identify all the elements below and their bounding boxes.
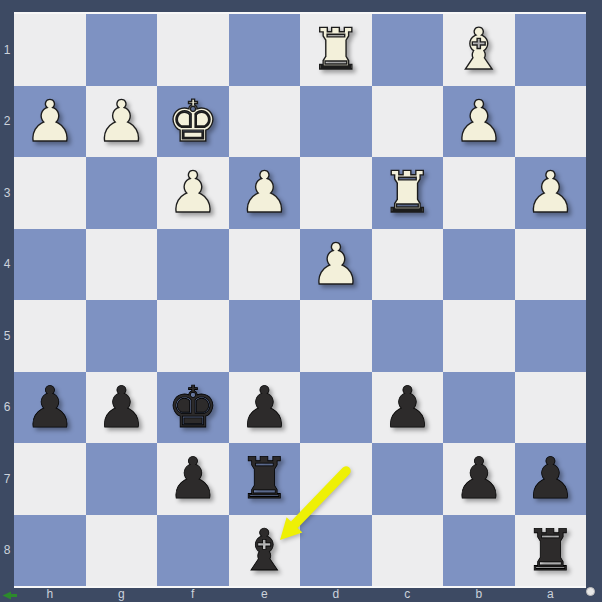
rank-label-8: 8	[0, 515, 14, 587]
square-e6[interactable]: ♟	[229, 372, 301, 444]
square-f3[interactable]: ♟	[157, 157, 229, 229]
piece-black-pawn[interactable]: ♟	[382, 372, 433, 444]
square-c4[interactable]	[372, 229, 444, 301]
green-back-arrow-icon[interactable]	[2, 591, 18, 600]
square-a8[interactable]: ♜	[515, 515, 587, 587]
square-g6[interactable]: ♟	[86, 372, 158, 444]
chess-board-frame: 12345678 hgfedcba ♜♝♟♟♚♟♟♟♜♟♟♟♟♚♟♟♟♜♟♟♝♜	[0, 0, 602, 602]
square-e5[interactable]	[229, 300, 301, 372]
piece-white-pawn[interactable]: ♟	[24, 86, 75, 158]
square-h7[interactable]	[14, 443, 86, 515]
piece-white-bishop[interactable]: ♝	[453, 14, 504, 86]
piece-black-rook[interactable]: ♜	[239, 443, 290, 515]
square-b4[interactable]	[443, 229, 515, 301]
rank-label-6: 6	[0, 372, 14, 444]
square-g3[interactable]	[86, 157, 158, 229]
square-b6[interactable]	[443, 372, 515, 444]
square-d7[interactable]	[300, 443, 372, 515]
square-c7[interactable]	[372, 443, 444, 515]
square-b5[interactable]	[443, 300, 515, 372]
square-a7[interactable]: ♟	[515, 443, 587, 515]
square-c8[interactable]	[372, 515, 444, 587]
piece-white-pawn[interactable]: ♟	[310, 229, 361, 301]
square-f6[interactable]: ♚	[157, 372, 229, 444]
piece-black-pawn[interactable]: ♟	[239, 372, 290, 444]
square-g8[interactable]	[86, 515, 158, 587]
square-e2[interactable]	[229, 86, 301, 158]
square-e8[interactable]: ♝	[229, 515, 301, 587]
piece-black-bishop[interactable]: ♝	[239, 515, 290, 587]
piece-black-king[interactable]: ♚	[167, 372, 218, 444]
rank-label-4: 4	[0, 229, 14, 301]
square-f1[interactable]	[157, 14, 229, 86]
square-d8[interactable]	[300, 515, 372, 587]
rank-label-1: 1	[0, 14, 14, 86]
square-e1[interactable]	[229, 14, 301, 86]
piece-black-pawn[interactable]: ♟	[24, 372, 75, 444]
square-c6[interactable]: ♟	[372, 372, 444, 444]
file-labels: hgfedcba	[14, 586, 586, 602]
square-h3[interactable]	[14, 157, 86, 229]
square-c1[interactable]	[372, 14, 444, 86]
piece-black-pawn[interactable]: ♟	[525, 443, 576, 515]
square-d4[interactable]: ♟	[300, 229, 372, 301]
white-to-move-indicator	[586, 587, 595, 596]
square-h5[interactable]	[14, 300, 86, 372]
square-h1[interactable]	[14, 14, 86, 86]
square-d2[interactable]	[300, 86, 372, 158]
square-a2[interactable]	[515, 86, 587, 158]
square-d5[interactable]	[300, 300, 372, 372]
square-c3[interactable]: ♜	[372, 157, 444, 229]
square-a3[interactable]: ♟	[515, 157, 587, 229]
square-b7[interactable]: ♟	[443, 443, 515, 515]
piece-white-pawn[interactable]: ♟	[453, 86, 504, 158]
square-c5[interactable]	[372, 300, 444, 372]
rank-label-5: 5	[0, 300, 14, 372]
square-g1[interactable]	[86, 14, 158, 86]
square-f7[interactable]: ♟	[157, 443, 229, 515]
square-a1[interactable]	[515, 14, 587, 86]
square-f5[interactable]	[157, 300, 229, 372]
square-e3[interactable]: ♟	[229, 157, 301, 229]
piece-black-pawn[interactable]: ♟	[96, 372, 147, 444]
piece-white-king[interactable]: ♚	[167, 86, 218, 158]
piece-black-rook[interactable]: ♜	[525, 515, 576, 587]
square-b2[interactable]: ♟	[443, 86, 515, 158]
chess-board: ♜♝♟♟♚♟♟♟♜♟♟♟♟♚♟♟♟♜♟♟♝♜	[14, 14, 586, 586]
square-a4[interactable]	[515, 229, 587, 301]
rank-label-2: 2	[0, 86, 14, 158]
file-label-b: b	[443, 586, 515, 602]
square-g4[interactable]	[86, 229, 158, 301]
chess-app: { "game": "chess", "position": { "fen": …	[0, 0, 602, 602]
square-d1[interactable]: ♜	[300, 14, 372, 86]
square-e7[interactable]: ♜	[229, 443, 301, 515]
square-h8[interactable]	[14, 515, 86, 587]
square-e4[interactable]	[229, 229, 301, 301]
square-g5[interactable]	[86, 300, 158, 372]
piece-white-pawn[interactable]: ♟	[239, 157, 290, 229]
square-f4[interactable]	[157, 229, 229, 301]
piece-white-rook[interactable]: ♜	[310, 14, 361, 86]
rank-label-7: 7	[0, 443, 14, 515]
piece-black-pawn[interactable]: ♟	[167, 443, 218, 515]
square-b3[interactable]	[443, 157, 515, 229]
rank-labels: 12345678	[0, 14, 14, 586]
square-g2[interactable]: ♟	[86, 86, 158, 158]
file-label-c: c	[372, 586, 444, 602]
piece-black-pawn[interactable]: ♟	[453, 443, 504, 515]
square-f8[interactable]	[157, 515, 229, 587]
square-b1[interactable]: ♝	[443, 14, 515, 86]
file-label-d: d	[300, 586, 372, 602]
file-label-e: e	[229, 586, 301, 602]
file-label-h: h	[14, 586, 86, 602]
file-label-g: g	[86, 586, 158, 602]
square-f2[interactable]: ♚	[157, 86, 229, 158]
file-label-a: a	[515, 586, 587, 602]
square-b8[interactable]	[443, 515, 515, 587]
square-h4[interactable]	[14, 229, 86, 301]
file-label-f: f	[157, 586, 229, 602]
square-d3[interactable]	[300, 157, 372, 229]
square-h2[interactable]: ♟	[14, 86, 86, 158]
square-a6[interactable]	[515, 372, 587, 444]
rank-label-3: 3	[0, 157, 14, 229]
square-g7[interactable]	[86, 443, 158, 515]
piece-white-pawn[interactable]: ♟	[96, 86, 147, 158]
square-d6[interactable]	[300, 372, 372, 444]
square-c2[interactable]	[372, 86, 444, 158]
piece-white-rook[interactable]: ♜	[382, 157, 433, 229]
piece-white-pawn[interactable]: ♟	[525, 157, 576, 229]
square-h6[interactable]: ♟	[14, 372, 86, 444]
piece-white-pawn[interactable]: ♟	[167, 157, 218, 229]
square-a5[interactable]	[515, 300, 587, 372]
